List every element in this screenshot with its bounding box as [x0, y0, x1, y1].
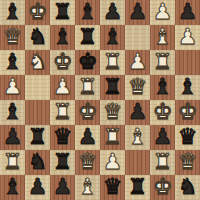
square-b1[interactable]: ♟ [25, 175, 50, 200]
square-h1[interactable]: ♞ [175, 175, 200, 200]
square-e4[interactable]: ♛ [100, 100, 125, 125]
square-b7[interactable]: ♞ [25, 25, 50, 50]
square-e6[interactable]: ♜ [100, 50, 125, 75]
square-e5[interactable]: ♜ [100, 75, 125, 100]
square-a2[interactable]: ♜ [0, 150, 25, 175]
square-g1[interactable]: ♚ [150, 175, 175, 200]
piece-white-bishop[interactable]: ♝ [153, 24, 173, 49]
piece-white-king[interactable]: ♚ [153, 99, 173, 124]
piece-white-queen[interactable]: ♛ [78, 149, 98, 174]
square-d2[interactable]: ♛ [75, 150, 100, 175]
square-f2[interactable] [125, 150, 150, 175]
piece-black-rook[interactable]: ♜ [78, 24, 98, 49]
piece-white-rook[interactable]: ♜ [103, 124, 123, 149]
square-b5[interactable] [25, 75, 50, 100]
square-b6[interactable]: ♞ [25, 50, 50, 75]
square-f1[interactable]: ♜ [125, 175, 150, 200]
square-b2[interactable]: ♞ [25, 150, 50, 175]
square-e3[interactable]: ♜ [100, 125, 125, 150]
square-h2[interactable]: ♛ [175, 150, 200, 175]
square-f5[interactable]: ♛ [125, 75, 150, 100]
square-h6[interactable] [175, 50, 200, 75]
piece-white-queen[interactable]: ♛ [128, 74, 148, 99]
piece-white-queen[interactable]: ♛ [178, 149, 198, 174]
square-c6[interactable]: ♚ [50, 50, 75, 75]
piece-black-queen[interactable]: ♛ [53, 124, 73, 149]
square-a3[interactable]: ♟ [0, 125, 25, 150]
square-f6[interactable]: ♟ [125, 50, 150, 75]
piece-black-pawn[interactable]: ♟ [128, 0, 148, 24]
piece-black-pawn[interactable]: ♟ [128, 99, 148, 124]
piece-black-queen[interactable]: ♛ [178, 124, 198, 149]
piece-black-bishop[interactable]: ♝ [103, 24, 123, 49]
square-e7[interactable]: ♝ [100, 25, 125, 50]
piece-white-rook[interactable]: ♜ [78, 74, 98, 99]
square-d5[interactable]: ♜ [75, 75, 100, 100]
piece-white-king[interactable]: ♚ [28, 0, 48, 24]
square-a4[interactable]: ♝ [0, 100, 25, 125]
chess-app-window: ♝♚♜♝♟♟♟♟♛♞♝♜♝♝♟♝♞♚♚♜♟♜♟♟♜♜♛♝♝♝♜♚♛♟♚♚♟♜♛♟… [0, 0, 200, 200]
piece-white-queen[interactable]: ♛ [3, 24, 23, 49]
piece-black-pawn[interactable]: ♟ [103, 0, 123, 24]
piece-white-king[interactable]: ♚ [153, 174, 173, 199]
square-f3[interactable]: ♝ [125, 125, 150, 150]
piece-black-rook[interactable]: ♜ [28, 124, 48, 149]
square-d7[interactable]: ♜ [75, 25, 100, 50]
piece-white-bishop[interactable]: ♝ [128, 124, 148, 149]
piece-white-rook[interactable]: ♜ [153, 49, 173, 74]
piece-black-king[interactable]: ♚ [78, 49, 98, 74]
square-d8[interactable]: ♝ [75, 0, 100, 25]
piece-white-rook[interactable]: ♜ [103, 49, 123, 74]
piece-white-pawn[interactable]: ♟ [153, 0, 173, 24]
piece-black-pawn[interactable]: ♟ [78, 124, 98, 149]
square-e8[interactable]: ♟ [100, 0, 125, 25]
piece-black-bishop[interactable]: ♝ [53, 24, 73, 49]
piece-black-pawn[interactable]: ♟ [153, 124, 173, 149]
square-a6[interactable]: ♝ [0, 50, 25, 75]
square-b8[interactable]: ♚ [25, 0, 50, 25]
square-h5[interactable]: ♝ [175, 75, 200, 100]
piece-white-pawn[interactable]: ♟ [53, 74, 73, 99]
piece-white-king[interactable]: ♚ [78, 99, 98, 124]
square-g2[interactable]: ♜ [150, 150, 175, 175]
piece-white-king[interactable]: ♚ [178, 99, 198, 124]
square-c3[interactable]: ♛ [50, 125, 75, 150]
square-c4[interactable]: ♜ [50, 100, 75, 125]
piece-white-rook[interactable]: ♜ [3, 149, 23, 174]
piece-black-knight[interactable]: ♞ [28, 149, 48, 174]
square-d4[interactable]: ♚ [75, 100, 100, 125]
piece-black-queen[interactable]: ♛ [103, 174, 123, 199]
square-d1[interactable]: ♝ [75, 175, 100, 200]
square-d6[interactable]: ♚ [75, 50, 100, 75]
piece-black-rook[interactable]: ♜ [103, 74, 123, 99]
piece-white-queen[interactable]: ♛ [103, 99, 123, 124]
square-e1[interactable]: ♛ [100, 175, 125, 200]
square-h8[interactable]: ♟ [175, 0, 200, 25]
square-d3[interactable]: ♟ [75, 125, 100, 150]
piece-black-bishop[interactable]: ♝ [3, 49, 23, 74]
square-h3[interactable]: ♛ [175, 125, 200, 150]
piece-black-pawn[interactable]: ♟ [28, 174, 48, 199]
piece-white-pawn[interactable]: ♟ [128, 49, 148, 74]
piece-white-king[interactable]: ♚ [53, 49, 73, 74]
square-c7[interactable]: ♝ [50, 25, 75, 50]
square-e2[interactable]: ♟ [100, 150, 125, 175]
piece-black-rook[interactable]: ♜ [53, 0, 73, 24]
piece-white-pawn[interactable]: ♟ [103, 149, 123, 174]
square-a1[interactable]: ♝ [0, 175, 25, 200]
square-a7[interactable]: ♛ [0, 25, 25, 50]
square-a8[interactable]: ♝ [0, 0, 25, 25]
piece-white-rook[interactable]: ♜ [53, 99, 73, 124]
square-c2[interactable]: ♜ [50, 150, 75, 175]
square-f7[interactable] [125, 25, 150, 50]
piece-white-pawn[interactable]: ♟ [178, 24, 198, 49]
piece-black-bishop[interactable]: ♝ [178, 74, 198, 99]
piece-black-rook[interactable]: ♜ [128, 174, 148, 199]
square-c8[interactable]: ♜ [50, 0, 75, 25]
piece-black-pawn[interactable]: ♟ [53, 174, 73, 199]
square-c5[interactable]: ♟ [50, 75, 75, 100]
square-h7[interactable]: ♟ [175, 25, 200, 50]
piece-black-knight[interactable]: ♞ [28, 24, 48, 49]
square-b4[interactable] [25, 100, 50, 125]
piece-black-bishop[interactable]: ♝ [3, 99, 23, 124]
piece-black-knight[interactable]: ♞ [178, 174, 198, 199]
square-c1[interactable]: ♟ [50, 175, 75, 200]
square-g7[interactable]: ♝ [150, 25, 175, 50]
square-g5[interactable]: ♝ [150, 75, 175, 100]
square-b3[interactable]: ♜ [25, 125, 50, 150]
piece-white-bishop[interactable]: ♝ [78, 174, 98, 199]
piece-black-bishop[interactable]: ♝ [3, 174, 23, 199]
piece-white-rook[interactable]: ♜ [153, 149, 173, 174]
square-g6[interactable]: ♜ [150, 50, 175, 75]
piece-black-bishop[interactable]: ♝ [3, 0, 23, 24]
piece-black-rook[interactable]: ♜ [53, 149, 73, 174]
square-a5[interactable]: ♟ [0, 75, 25, 100]
square-g4[interactable]: ♚ [150, 100, 175, 125]
piece-white-pawn[interactable]: ♟ [3, 74, 23, 99]
piece-black-bishop[interactable]: ♝ [78, 0, 98, 24]
piece-black-bishop[interactable]: ♝ [153, 74, 173, 99]
square-f8[interactable]: ♟ [125, 0, 150, 25]
piece-black-pawn[interactable]: ♟ [3, 124, 23, 149]
square-g3[interactable]: ♟ [150, 125, 175, 150]
square-h4[interactable]: ♚ [175, 100, 200, 125]
square-g8[interactable]: ♟ [150, 0, 175, 25]
piece-black-pawn[interactable]: ♟ [178, 0, 198, 24]
piece-white-knight[interactable]: ♞ [28, 49, 48, 74]
chess-board: ♝♚♜♝♟♟♟♟♛♞♝♜♝♝♟♝♞♚♚♜♟♜♟♟♜♜♛♝♝♝♜♚♛♟♚♚♟♜♛♟… [0, 0, 200, 200]
square-f4[interactable]: ♟ [125, 100, 150, 125]
